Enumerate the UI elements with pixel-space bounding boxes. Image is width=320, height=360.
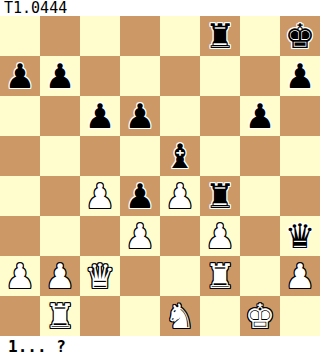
white-pawn: ♟ [205, 216, 235, 256]
black-king: ♚ [285, 16, 315, 56]
square-b7[interactable]: ♟ [40, 56, 80, 96]
black-pawn: ♟ [85, 96, 115, 136]
square-f7[interactable] [200, 56, 240, 96]
square-f3[interactable]: ♟ [200, 216, 240, 256]
white-queen: ♛ [85, 256, 115, 296]
black-queen: ♛ [285, 216, 315, 256]
square-f6[interactable] [200, 96, 240, 136]
square-h4[interactable] [280, 176, 320, 216]
square-c5[interactable] [80, 136, 120, 176]
square-h8[interactable]: ♚ [280, 16, 320, 56]
square-h1[interactable] [280, 296, 320, 336]
square-h3[interactable]: ♛ [280, 216, 320, 256]
square-b2[interactable]: ♟ [40, 256, 80, 296]
square-e5[interactable]: ♝ [160, 136, 200, 176]
square-e7[interactable] [160, 56, 200, 96]
square-b1[interactable]: ♜ [40, 296, 80, 336]
square-a1[interactable] [0, 296, 40, 336]
square-h6[interactable] [280, 96, 320, 136]
square-c2[interactable]: ♛ [80, 256, 120, 296]
square-c6[interactable]: ♟ [80, 96, 120, 136]
puzzle-id: T1.0444 [0, 0, 320, 16]
square-h5[interactable] [280, 136, 320, 176]
square-d3[interactable]: ♟ [120, 216, 160, 256]
square-a5[interactable] [0, 136, 40, 176]
white-pawn: ♟ [125, 216, 155, 256]
square-a2[interactable]: ♟ [0, 256, 40, 296]
square-b3[interactable] [40, 216, 80, 256]
square-a8[interactable] [0, 16, 40, 56]
black-pawn: ♟ [5, 56, 35, 96]
square-d7[interactable] [120, 56, 160, 96]
square-g6[interactable]: ♟ [240, 96, 280, 136]
square-g1[interactable]: ♚ [240, 296, 280, 336]
square-e1[interactable]: ♞ [160, 296, 200, 336]
square-c3[interactable] [80, 216, 120, 256]
square-h7[interactable]: ♟ [280, 56, 320, 96]
white-rook: ♜ [205, 256, 235, 296]
square-f5[interactable] [200, 136, 240, 176]
square-d2[interactable] [120, 256, 160, 296]
square-e2[interactable] [160, 256, 200, 296]
square-a6[interactable] [0, 96, 40, 136]
white-knight: ♞ [165, 296, 195, 336]
white-king: ♚ [245, 296, 275, 336]
black-pawn: ♟ [125, 176, 155, 216]
square-a7[interactable]: ♟ [0, 56, 40, 96]
square-g3[interactable] [240, 216, 280, 256]
chess-board: ♜♚♟♟♟♟♟♟♝♟♟♟♜♟♟♛♟♟♛♜♟♜♞♚ [0, 16, 320, 336]
black-pawn: ♟ [245, 96, 275, 136]
square-d5[interactable] [120, 136, 160, 176]
white-pawn: ♟ [285, 256, 315, 296]
square-g4[interactable] [240, 176, 280, 216]
square-b4[interactable] [40, 176, 80, 216]
square-h2[interactable]: ♟ [280, 256, 320, 296]
square-e8[interactable] [160, 16, 200, 56]
white-pawn: ♟ [85, 176, 115, 216]
square-a4[interactable] [0, 176, 40, 216]
black-bishop: ♝ [165, 136, 195, 176]
square-b8[interactable] [40, 16, 80, 56]
square-d6[interactable]: ♟ [120, 96, 160, 136]
black-rook: ♜ [205, 176, 235, 216]
black-pawn: ♟ [45, 56, 75, 96]
square-g7[interactable] [240, 56, 280, 96]
black-rook: ♜ [205, 16, 235, 56]
square-f1[interactable] [200, 296, 240, 336]
square-c4[interactable]: ♟ [80, 176, 120, 216]
chess-puzzle-app: T1.0444 ♜♚♟♟♟♟♟♟♝♟♟♟♜♟♟♛♟♟♛♜♟♜♞♚ 1... ? [0, 0, 320, 360]
white-pawn: ♟ [5, 256, 35, 296]
square-e6[interactable] [160, 96, 200, 136]
square-c1[interactable] [80, 296, 120, 336]
white-pawn: ♟ [165, 176, 195, 216]
square-g2[interactable] [240, 256, 280, 296]
square-b5[interactable] [40, 136, 80, 176]
square-c8[interactable] [80, 16, 120, 56]
square-d8[interactable] [120, 16, 160, 56]
square-f4[interactable]: ♜ [200, 176, 240, 216]
square-f2[interactable]: ♜ [200, 256, 240, 296]
square-d4[interactable]: ♟ [120, 176, 160, 216]
square-g8[interactable] [240, 16, 280, 56]
black-pawn: ♟ [125, 96, 155, 136]
square-e4[interactable]: ♟ [160, 176, 200, 216]
square-b6[interactable] [40, 96, 80, 136]
square-a3[interactable] [0, 216, 40, 256]
square-c7[interactable] [80, 56, 120, 96]
square-f8[interactable]: ♜ [200, 16, 240, 56]
square-e3[interactable] [160, 216, 200, 256]
square-d1[interactable] [120, 296, 160, 336]
move-prompt: 1... ? [0, 336, 320, 360]
square-g5[interactable] [240, 136, 280, 176]
white-rook: ♜ [45, 296, 75, 336]
black-pawn: ♟ [285, 56, 315, 96]
white-pawn: ♟ [45, 256, 75, 296]
